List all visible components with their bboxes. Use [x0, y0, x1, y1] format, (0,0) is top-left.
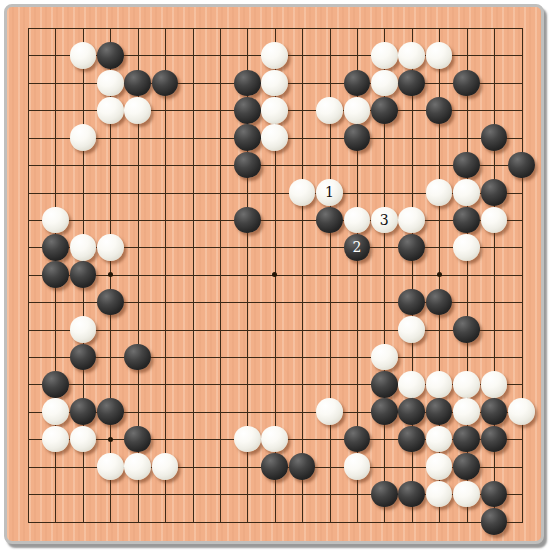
black-stone	[234, 152, 261, 179]
white-stone	[261, 70, 288, 97]
black-stone	[371, 481, 398, 508]
white-stone	[344, 207, 371, 234]
move-number-label: 1	[325, 185, 334, 199]
black-stone	[42, 234, 69, 261]
white-stone	[453, 179, 480, 206]
white-stone	[42, 207, 69, 234]
black-stone	[42, 261, 69, 288]
board-layers: 132	[0, 0, 550, 550]
go-diagram: 132	[0, 0, 550, 550]
black-stone	[97, 398, 124, 425]
black-stone	[398, 398, 425, 425]
white-stone	[316, 398, 343, 425]
black-stone	[97, 42, 124, 69]
white-stone	[426, 371, 453, 398]
black-stone	[398, 426, 425, 453]
black-stone	[426, 289, 453, 316]
white-stone	[453, 481, 480, 508]
black-stone	[481, 179, 508, 206]
white-stone	[261, 426, 288, 453]
black-stone	[508, 152, 535, 179]
black-stone	[453, 453, 480, 480]
white-stone	[371, 344, 398, 371]
white-stone	[371, 70, 398, 97]
white-stone	[398, 371, 425, 398]
white-stone	[371, 42, 398, 69]
black-stone	[371, 398, 398, 425]
white-stone	[398, 316, 425, 343]
black-stone	[481, 398, 508, 425]
black-stone	[481, 508, 508, 535]
black-stone	[481, 124, 508, 151]
move-number-label: 2	[352, 240, 361, 254]
white-stone	[261, 124, 288, 151]
white-stone	[97, 234, 124, 261]
black-stone	[344, 70, 371, 97]
black-stone	[426, 398, 453, 425]
black-stone	[316, 207, 343, 234]
white-stone	[152, 453, 179, 480]
black-stone	[97, 289, 124, 316]
black-stone	[152, 70, 179, 97]
black-stone-move-2: 2	[344, 234, 371, 261]
white-stone	[426, 42, 453, 69]
white-stone	[426, 481, 453, 508]
black-stone	[234, 70, 261, 97]
white-stone	[234, 426, 261, 453]
white-stone	[453, 398, 480, 425]
white-stone	[70, 426, 97, 453]
black-stone	[481, 426, 508, 453]
black-stone	[371, 371, 398, 398]
black-stone	[453, 426, 480, 453]
move-number-label: 3	[380, 213, 389, 227]
white-stone	[508, 398, 535, 425]
go-board-grid[interactable]: 132	[14, 14, 535, 535]
white-stone	[97, 453, 124, 480]
black-stone	[261, 453, 288, 480]
white-stone	[426, 179, 453, 206]
white-stone	[261, 42, 288, 69]
black-stone	[289, 453, 316, 480]
black-stone	[453, 152, 480, 179]
white-stone-move-1: 1	[316, 179, 343, 206]
white-stone	[398, 207, 425, 234]
white-stone	[453, 234, 480, 261]
white-stone	[124, 97, 151, 124]
black-stone	[398, 481, 425, 508]
white-stone	[97, 70, 124, 97]
black-stone	[344, 124, 371, 151]
white-stone	[316, 97, 343, 124]
black-stone	[70, 398, 97, 425]
black-stone	[453, 207, 480, 234]
white-stone	[70, 234, 97, 261]
white-stone	[97, 97, 124, 124]
black-stone	[398, 70, 425, 97]
white-stone	[426, 453, 453, 480]
white-stone	[42, 398, 69, 425]
black-stone	[70, 344, 97, 371]
white-stone	[453, 371, 480, 398]
black-stone	[344, 426, 371, 453]
white-stone	[70, 124, 97, 151]
white-stone	[426, 426, 453, 453]
white-stone	[124, 453, 151, 480]
black-stone	[234, 124, 261, 151]
white-stone	[481, 207, 508, 234]
black-stone	[453, 316, 480, 343]
white-stone	[344, 453, 371, 480]
white-stone	[261, 97, 288, 124]
black-stone	[124, 344, 151, 371]
black-stone	[124, 426, 151, 453]
black-stone	[42, 371, 69, 398]
black-stone	[234, 207, 261, 234]
black-stone	[70, 261, 97, 288]
white-stone-move-3: 3	[371, 207, 398, 234]
white-stone	[289, 179, 316, 206]
black-stone	[426, 97, 453, 124]
white-stone	[42, 426, 69, 453]
black-stone	[124, 70, 151, 97]
black-stone	[371, 97, 398, 124]
black-stone	[453, 70, 480, 97]
black-stone	[234, 97, 261, 124]
black-stone	[481, 481, 508, 508]
white-stone	[481, 371, 508, 398]
white-stone	[70, 316, 97, 343]
white-stone	[70, 42, 97, 69]
black-stone	[398, 289, 425, 316]
black-stone	[398, 234, 425, 261]
white-stone	[398, 42, 425, 69]
white-stone	[344, 97, 371, 124]
